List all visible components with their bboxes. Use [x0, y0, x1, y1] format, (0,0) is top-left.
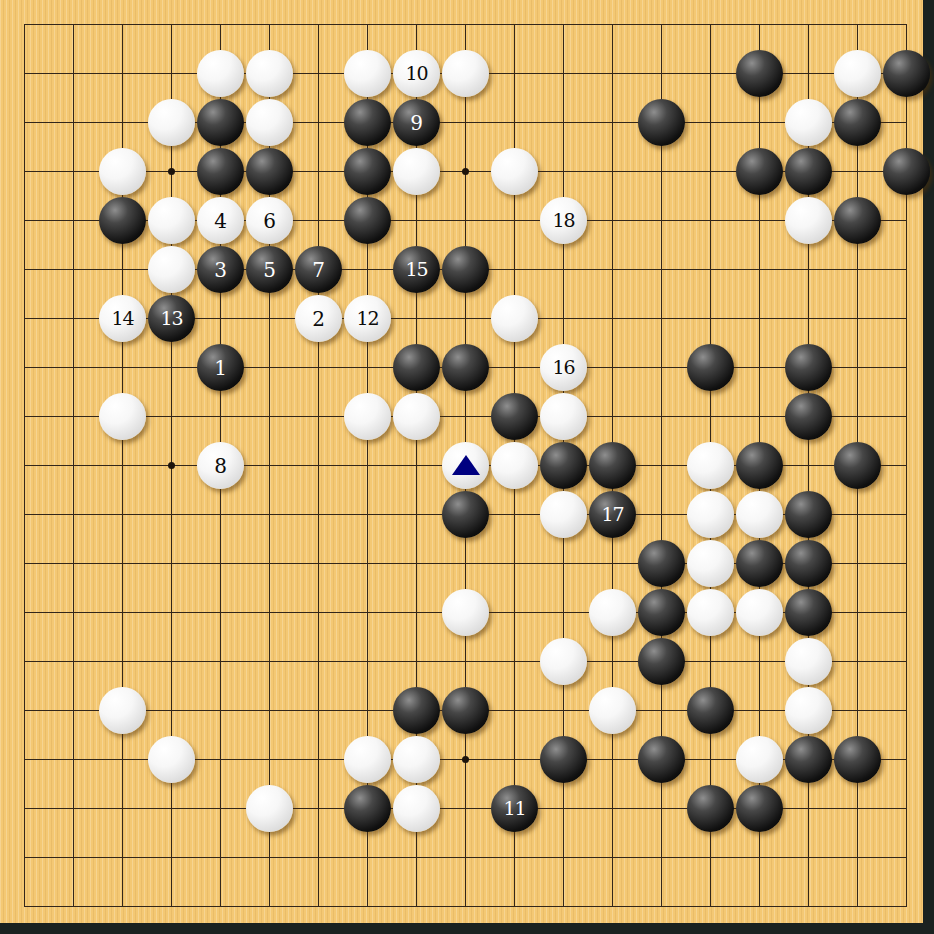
- stone-white: [393, 148, 440, 195]
- stone-white: 12: [344, 295, 391, 342]
- stone-black: [589, 442, 636, 489]
- stone-black: [687, 344, 734, 391]
- stone-white: [540, 393, 587, 440]
- stone-white: [344, 50, 391, 97]
- board-point: [343, 784, 392, 833]
- stone-white: [393, 736, 440, 783]
- stone-white: [197, 50, 244, 97]
- stone-white: [491, 148, 538, 195]
- board-point: 6: [245, 196, 294, 245]
- stone-white: 10: [393, 50, 440, 97]
- stone-white: [246, 785, 293, 832]
- move-number: 13: [160, 309, 182, 328]
- stone-white: [442, 589, 489, 636]
- stone-white: [687, 589, 734, 636]
- stone-black: 17: [589, 491, 636, 538]
- stone-white: 4: [197, 197, 244, 244]
- stone-black: [197, 148, 244, 195]
- board-point: [735, 735, 784, 784]
- board-point: [441, 490, 490, 539]
- board-point: [686, 588, 735, 637]
- board-point: 3: [196, 245, 245, 294]
- board-point: [735, 490, 784, 539]
- board-point: [784, 196, 833, 245]
- stone-black: [393, 687, 440, 734]
- board-point: [98, 686, 147, 735]
- board-point: [833, 98, 882, 147]
- board-point: [735, 784, 784, 833]
- board-point: [637, 98, 686, 147]
- move-number: 4: [214, 211, 227, 231]
- stone-black: [540, 736, 587, 783]
- stone-black: 13: [148, 295, 195, 342]
- board-point: 4: [196, 196, 245, 245]
- stone-black: 7: [295, 246, 342, 293]
- board-point: [392, 392, 441, 441]
- board-point: 13: [147, 294, 196, 343]
- stone-black: [834, 99, 881, 146]
- stone-black: [540, 442, 587, 489]
- board-point: [784, 539, 833, 588]
- board-point: [490, 294, 539, 343]
- stone-white: [344, 736, 391, 783]
- board-point: [784, 686, 833, 735]
- move-number: 8: [214, 456, 227, 476]
- stone-white: [491, 442, 538, 489]
- stone-black: [785, 393, 832, 440]
- board-point: [686, 441, 735, 490]
- board-point: [637, 588, 686, 637]
- stone-black: [883, 50, 930, 97]
- stone-white: [344, 393, 391, 440]
- stone-white: [736, 589, 783, 636]
- stone-black: [393, 344, 440, 391]
- stone-white: [540, 491, 587, 538]
- stone-black: [883, 148, 930, 195]
- board-point: [637, 539, 686, 588]
- board-point: [833, 441, 882, 490]
- stone-white: [246, 50, 293, 97]
- move-number: 16: [552, 358, 574, 377]
- stone-black: [344, 197, 391, 244]
- board-point: 18: [539, 196, 588, 245]
- board-point: [147, 245, 196, 294]
- stone-white: 6: [246, 197, 293, 244]
- stone-white: [785, 99, 832, 146]
- board-point: [735, 588, 784, 637]
- stone-white: [736, 736, 783, 783]
- board-point: [588, 686, 637, 735]
- move-number: 17: [601, 505, 623, 524]
- board-point: [686, 539, 735, 588]
- board-point: [343, 98, 392, 147]
- stone-white: [442, 442, 489, 489]
- board-point: [539, 392, 588, 441]
- stone-black: 1: [197, 344, 244, 391]
- stone-black: [638, 589, 685, 636]
- stone-white: [736, 491, 783, 538]
- move-number: 10: [405, 64, 427, 83]
- stone-white: 8: [197, 442, 244, 489]
- board-point: [196, 49, 245, 98]
- board-point: [784, 147, 833, 196]
- board-point: [686, 784, 735, 833]
- stone-black: [687, 687, 734, 734]
- board-point: [196, 147, 245, 196]
- board-point: [882, 49, 931, 98]
- board-point: 2: [294, 294, 343, 343]
- board-point: [441, 686, 490, 735]
- stone-black: 3: [197, 246, 244, 293]
- stone-black: [736, 148, 783, 195]
- stone-white: [99, 687, 146, 734]
- board-point: [245, 49, 294, 98]
- board-point: [98, 392, 147, 441]
- board-point: [343, 49, 392, 98]
- stone-white: [687, 540, 734, 587]
- move-number: 2: [312, 309, 325, 329]
- board-point: [784, 98, 833, 147]
- board-point: [392, 343, 441, 392]
- board-point: [637, 637, 686, 686]
- board-point: [735, 147, 784, 196]
- move-number: 9: [410, 113, 423, 133]
- stone-black: [785, 344, 832, 391]
- board-point: [392, 686, 441, 735]
- board-point: [686, 686, 735, 735]
- stone-white: [540, 638, 587, 685]
- board-point: [735, 539, 784, 588]
- stone-white: [148, 99, 195, 146]
- stone-black: [736, 50, 783, 97]
- board-point: 1: [196, 343, 245, 392]
- board-point: [196, 98, 245, 147]
- stone-white: [148, 246, 195, 293]
- stone-black: [785, 491, 832, 538]
- board-point: [784, 392, 833, 441]
- board-point: [490, 147, 539, 196]
- board-point: [686, 490, 735, 539]
- stone-black: [246, 148, 293, 195]
- stone-white: [687, 491, 734, 538]
- stone-white: [491, 295, 538, 342]
- stone-black: [638, 99, 685, 146]
- stone-white: [442, 50, 489, 97]
- board-point: [98, 196, 147, 245]
- stone-black: [442, 491, 489, 538]
- stone-white: [589, 687, 636, 734]
- board-point: [784, 735, 833, 784]
- move-number: 15: [405, 260, 427, 279]
- move-number: 12: [356, 309, 378, 328]
- board-point: [539, 441, 588, 490]
- stone-black: [834, 197, 881, 244]
- board-point: [735, 49, 784, 98]
- go-board[interactable]: 109461835715141321211681711: [0, 0, 931, 931]
- board-point: [147, 196, 196, 245]
- stone-white: [589, 589, 636, 636]
- move-number: 11: [503, 799, 525, 818]
- board-point: [637, 735, 686, 784]
- move-number: 14: [111, 309, 133, 328]
- stone-black: [834, 442, 881, 489]
- board-point: 15: [392, 245, 441, 294]
- stone-black: [442, 246, 489, 293]
- board-point: [441, 588, 490, 637]
- stone-black: [687, 785, 734, 832]
- board-point: [539, 490, 588, 539]
- stone-black: [638, 638, 685, 685]
- board-background: 109461835715141321211681711: [0, 0, 934, 934]
- stone-white: 18: [540, 197, 587, 244]
- stone-black: [442, 344, 489, 391]
- stone-white: [785, 687, 832, 734]
- stone-black: [785, 589, 832, 636]
- board-point: [441, 49, 490, 98]
- stone-white: [785, 197, 832, 244]
- move-number: 1: [214, 358, 227, 378]
- board-point: [441, 343, 490, 392]
- stone-black: [638, 540, 685, 587]
- stone-black: [736, 785, 783, 832]
- board-point: [490, 392, 539, 441]
- board-point: [441, 245, 490, 294]
- board-point: [147, 98, 196, 147]
- board-point: [343, 735, 392, 784]
- stone-white: [393, 393, 440, 440]
- stone-black: 9: [393, 99, 440, 146]
- move-number: 6: [263, 211, 276, 231]
- board-point: 9: [392, 98, 441, 147]
- stone-white: [99, 393, 146, 440]
- stone-white: 14: [99, 295, 146, 342]
- board-point: 7: [294, 245, 343, 294]
- stone-black: [442, 687, 489, 734]
- board-point: [735, 441, 784, 490]
- board-point: 10: [392, 49, 441, 98]
- board-point: [784, 637, 833, 686]
- board-point: 11: [490, 784, 539, 833]
- board-point: 14: [98, 294, 147, 343]
- board-point: [784, 490, 833, 539]
- board-point: [245, 784, 294, 833]
- stone-white: [99, 148, 146, 195]
- stone-black: [491, 393, 538, 440]
- stone-black: [638, 736, 685, 783]
- stone-white: [148, 736, 195, 783]
- board-point: [441, 441, 490, 490]
- move-number: 18: [552, 211, 574, 230]
- stone-white: [834, 50, 881, 97]
- stone-black: 15: [393, 246, 440, 293]
- stone-black: 11: [491, 785, 538, 832]
- stone-white: [393, 785, 440, 832]
- stone-white: 2: [295, 295, 342, 342]
- board-point: [784, 588, 833, 637]
- board-point: [784, 343, 833, 392]
- stone-black: [834, 736, 881, 783]
- stone-black: [344, 785, 391, 832]
- stone-white: [785, 638, 832, 685]
- board-point: [392, 735, 441, 784]
- board-point: [245, 98, 294, 147]
- board-point: 12: [343, 294, 392, 343]
- move-number: 7: [312, 260, 325, 280]
- stone-white: [687, 442, 734, 489]
- board-point: [833, 196, 882, 245]
- board-point: 5: [245, 245, 294, 294]
- board-point: [343, 392, 392, 441]
- board-point: [686, 343, 735, 392]
- stone-black: [344, 148, 391, 195]
- board-point: [392, 784, 441, 833]
- stone-white: [148, 197, 195, 244]
- board-point: 8: [196, 441, 245, 490]
- board-point: [392, 147, 441, 196]
- board-point: [588, 441, 637, 490]
- board-point: 17: [588, 490, 637, 539]
- board-point: [245, 147, 294, 196]
- stone-black: [99, 197, 146, 244]
- board-point: [833, 735, 882, 784]
- stone-black: [197, 99, 244, 146]
- board-point: [882, 147, 931, 196]
- stone-black: [344, 99, 391, 146]
- board-point: [588, 588, 637, 637]
- board-point: [833, 49, 882, 98]
- triangle-marker: [452, 455, 480, 475]
- stone-black: [736, 442, 783, 489]
- stone-black: [785, 148, 832, 195]
- stone-white: [246, 99, 293, 146]
- board-point: 16: [539, 343, 588, 392]
- board-point: [539, 637, 588, 686]
- board-point: [539, 735, 588, 784]
- move-number: 5: [263, 260, 276, 280]
- stone-black: [785, 736, 832, 783]
- board-point: [343, 147, 392, 196]
- stone-black: 5: [246, 246, 293, 293]
- board-point: [98, 147, 147, 196]
- stone-black: [736, 540, 783, 587]
- stone-white: 16: [540, 344, 587, 391]
- move-number: 3: [214, 260, 227, 280]
- board-point: [343, 196, 392, 245]
- board-point: [490, 441, 539, 490]
- board-point: [147, 735, 196, 784]
- stone-black: [785, 540, 832, 587]
